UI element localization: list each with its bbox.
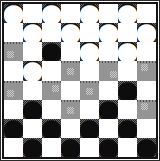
light-square [42,138,61,157]
dark-square-24[interactable] [137,100,156,119]
dark-square-14[interactable] [61,61,80,80]
white-man-piece[interactable]: ● [118,4,137,23]
dark-square-32[interactable]: ● [137,138,156,157]
light-square [137,4,156,23]
checkers-board: ●●●●●●●●●●●●●●●●●●●●●●● [4,4,156,157]
dark-square-12[interactable]: ● [118,42,137,61]
light-square [4,100,23,119]
light-square [23,119,42,138]
white-man-piece[interactable]: ● [80,4,99,23]
dark-square-20[interactable]: ● [118,81,137,100]
dark-square-17[interactable] [4,81,23,100]
dark-square-13[interactable]: ● [23,61,42,80]
light-square [61,42,80,61]
board-frame: ●●●●●●●●●●●●●●●●●●●●●●● [2,2,158,159]
light-square [42,100,61,119]
light-square [4,23,23,42]
light-square [23,81,42,100]
light-square [61,4,80,23]
black-man-piece[interactable]: ● [99,138,118,157]
black-man-piece[interactable]: ● [23,100,42,119]
dark-square-22[interactable] [61,100,80,119]
dark-square-15[interactable] [99,61,118,80]
light-square [42,23,61,42]
light-square [61,81,80,100]
dark-square-7[interactable]: ● [99,23,118,42]
dark-square-8[interactable]: ● [137,23,156,42]
light-square [99,119,118,138]
light-square [118,61,137,80]
dark-square-27[interactable]: ● [80,119,99,138]
white-man-piece[interactable]: ● [42,4,61,23]
light-square [4,138,23,157]
black-man-piece[interactable]: ● [137,138,156,157]
black-man-piece[interactable]: ● [80,119,99,138]
black-man-piece[interactable]: ● [23,138,42,157]
light-square [80,61,99,80]
dark-square-1[interactable]: ● [4,4,23,23]
dark-square-21[interactable]: ● [23,100,42,119]
dark-square-31[interactable]: ● [99,138,118,157]
dark-square-18[interactable] [42,81,61,100]
dark-square-5[interactable]: ● [23,23,42,42]
light-square [80,23,99,42]
dark-square-16[interactable] [137,61,156,80]
black-man-piece[interactable]: ● [99,100,118,119]
black-man-piece[interactable]: ● [42,42,61,61]
dark-square-23[interactable]: ● [99,100,118,119]
light-square [23,4,42,23]
light-square [118,138,137,157]
dark-square-2[interactable]: ● [42,4,61,23]
light-square [99,42,118,61]
dark-square-30[interactable]: ● [61,138,80,157]
dark-square-6[interactable]: ● [61,23,80,42]
white-man-piece[interactable]: ● [99,23,118,42]
light-square [80,138,99,157]
light-square [137,81,156,100]
white-man-piece[interactable]: ● [61,23,80,42]
light-square [42,61,61,80]
light-square [23,42,42,61]
black-man-piece[interactable]: ● [61,138,80,157]
light-square [137,119,156,138]
light-square [118,23,137,42]
white-man-piece[interactable]: ● [137,23,156,42]
checkers-app-window: ●●●●●●●●●●●●●●●●●●●●●●● [0,0,160,161]
dark-square-29[interactable]: ● [23,138,42,157]
light-square [80,100,99,119]
light-square [61,119,80,138]
black-man-piece[interactable]: ● [42,119,61,138]
dark-square-4[interactable]: ● [118,4,137,23]
light-square [4,61,23,80]
dark-square-10[interactable]: ● [42,42,61,61]
dark-square-25[interactable]: ● [4,119,23,138]
dark-square-19[interactable] [80,81,99,100]
dark-square-28[interactable]: ● [118,119,137,138]
dark-square-26[interactable]: ● [42,119,61,138]
white-man-piece[interactable]: ● [118,42,137,61]
black-man-piece[interactable]: ● [118,81,137,100]
light-square [118,100,137,119]
white-man-piece[interactable]: ● [80,42,99,61]
dark-square-9[interactable] [4,42,23,61]
light-square [99,81,118,100]
black-man-piece[interactable]: ● [118,119,137,138]
dark-square-11[interactable]: ● [80,42,99,61]
dark-square-3[interactable]: ● [80,4,99,23]
light-square [99,4,118,23]
light-square [137,42,156,61]
white-man-piece[interactable]: ● [23,61,42,80]
white-man-piece[interactable]: ● [4,4,23,23]
white-man-piece[interactable]: ● [23,23,42,42]
black-man-piece[interactable]: ● [4,119,23,138]
